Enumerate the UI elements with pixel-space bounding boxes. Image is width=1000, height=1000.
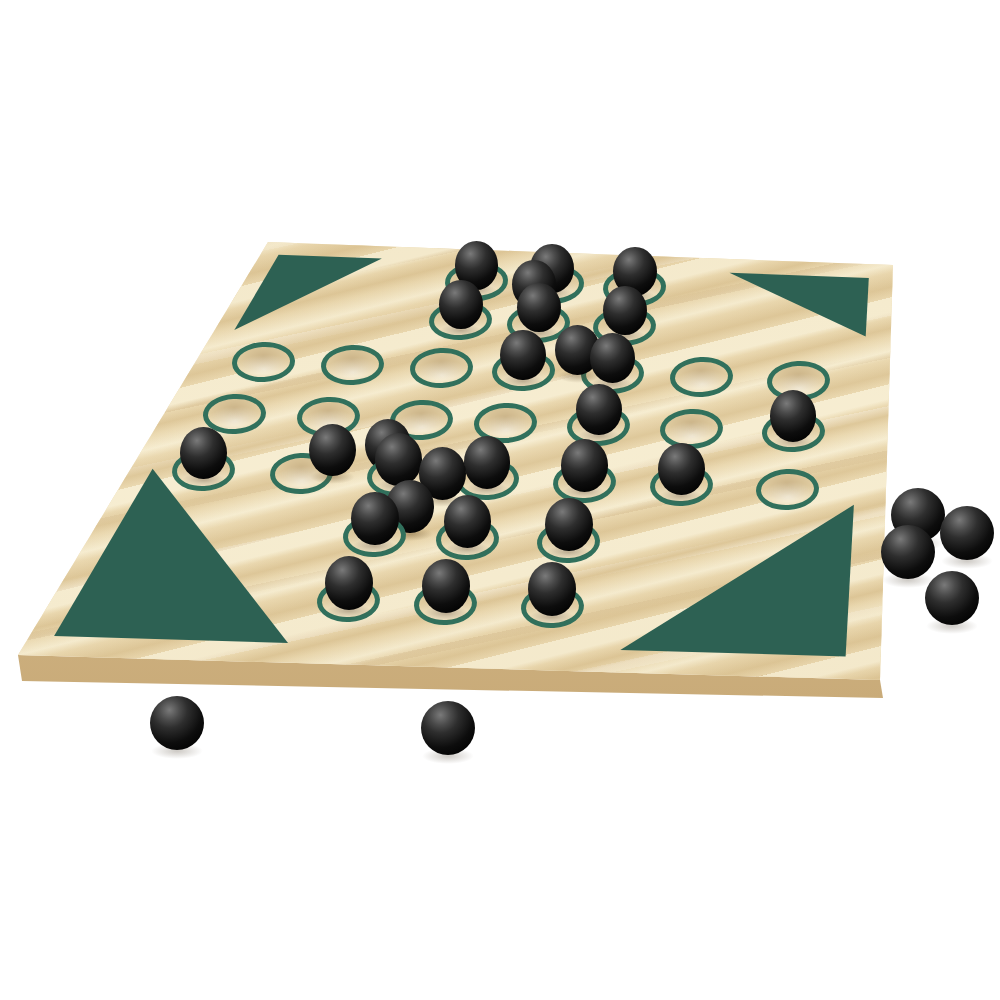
marble-r5c6[interactable] — [658, 443, 705, 495]
offboard-marble-2[interactable] — [940, 506, 994, 560]
marble-r6c3[interactable] — [351, 492, 399, 545]
loose-marble-3[interactable] — [309, 424, 356, 476]
marble-r4c7[interactable] — [770, 390, 816, 441]
marble-r7c4[interactable] — [422, 559, 470, 613]
marble-r3c4[interactable] — [500, 330, 545, 381]
marble-r7c3[interactable] — [325, 556, 373, 610]
marble-r6c5[interactable] — [545, 498, 593, 551]
marble-r2c4[interactable] — [517, 283, 561, 333]
marble-r5c5[interactable] — [561, 439, 608, 491]
offboard-marble-5[interactable] — [150, 696, 204, 750]
marble-r5c4[interactable] — [464, 436, 511, 488]
marble-r2c5[interactable] — [603, 286, 647, 336]
offboard-marble-4[interactable] — [925, 571, 979, 625]
marble-r5c3[interactable] — [375, 433, 422, 485]
marble-r4c5[interactable] — [576, 384, 622, 435]
marble-r6c4[interactable] — [444, 495, 492, 548]
offboard-marble-3[interactable] — [881, 525, 935, 579]
peg-solitaire-board-photo — [0, 0, 1000, 1000]
marble-r3c5[interactable] — [590, 333, 635, 384]
offboard-marble-6[interactable] — [421, 701, 475, 755]
